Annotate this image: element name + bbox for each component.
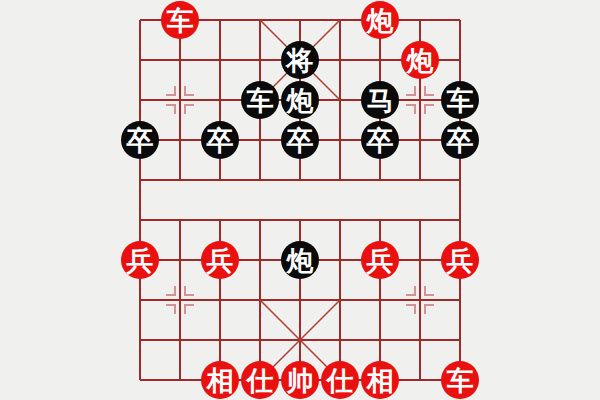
red-soldier[interactable]: 兵: [361, 241, 399, 279]
red-elephant[interactable]: 相: [201, 361, 239, 399]
red-advisor[interactable]: 仕: [321, 361, 359, 399]
black-cannon[interactable]: 炮: [281, 241, 319, 279]
black-general[interactable]: 将: [281, 41, 319, 79]
black-soldier[interactable]: 卒: [441, 121, 479, 159]
xiangqi-board: 车炮将炮车炮马车卒卒卒卒卒兵兵炮兵兵相仕帅仕相车: [120, 0, 480, 400]
black-chariot[interactable]: 车: [241, 81, 279, 119]
black-soldier[interactable]: 卒: [121, 121, 159, 159]
xiangqi-board-screenshot: 车炮将炮车炮马车卒卒卒卒卒兵兵炮兵兵相仕帅仕相车: [0, 0, 600, 400]
red-soldier[interactable]: 兵: [201, 241, 239, 279]
black-soldier[interactable]: 卒: [281, 121, 319, 159]
red-advisor[interactable]: 仕: [241, 361, 279, 399]
red-soldier[interactable]: 兵: [121, 241, 159, 279]
red-chariot[interactable]: 车: [161, 1, 199, 39]
red-soldier[interactable]: 兵: [441, 241, 479, 279]
red-chariot[interactable]: 车: [441, 361, 479, 399]
red-cannon[interactable]: 炮: [361, 1, 399, 39]
red-cannon[interactable]: 炮: [401, 41, 439, 79]
black-chariot[interactable]: 车: [441, 81, 479, 119]
black-soldier[interactable]: 卒: [201, 121, 239, 159]
black-cannon[interactable]: 炮: [281, 81, 319, 119]
red-elephant[interactable]: 相: [361, 361, 399, 399]
black-soldier[interactable]: 卒: [361, 121, 399, 159]
piece-layer: 车炮将炮车炮马车卒卒卒卒卒兵兵炮兵兵相仕帅仕相车: [120, 0, 480, 400]
black-horse[interactable]: 马: [361, 81, 399, 119]
red-general[interactable]: 帅: [281, 361, 319, 399]
